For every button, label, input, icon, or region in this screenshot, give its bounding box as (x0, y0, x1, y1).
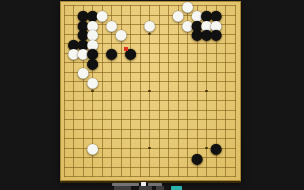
grid-line-v (178, 5, 179, 177)
toolbar-button-2[interactable] (139, 186, 152, 190)
star-point (205, 90, 208, 93)
grid-line-h (64, 176, 236, 177)
star-point (148, 33, 151, 36)
star-point (91, 90, 94, 93)
grid-line-h (64, 119, 236, 120)
star-point (205, 33, 208, 36)
star-point (148, 90, 151, 93)
grid-line-h (64, 157, 236, 158)
star-point (91, 33, 94, 36)
accent-button[interactable] (171, 186, 182, 190)
toolbar-button-1[interactable] (114, 186, 131, 190)
grid-line-h (64, 167, 236, 168)
toolbar-button-3[interactable] (156, 186, 164, 190)
grid-line-v (225, 5, 226, 177)
grid-line-v (216, 5, 217, 177)
grid-line-v (159, 5, 160, 177)
star-point (148, 147, 151, 150)
grid-line-v (197, 5, 198, 177)
last-move-marker (124, 47, 128, 51)
go-board[interactable]: ●●●●●●●●●●●●●●●●●●●●●●●●●●●●●●●●●●●● (60, 1, 241, 181)
grid-line-h (64, 100, 236, 101)
grid-line-h (64, 138, 236, 139)
star-point (91, 147, 94, 150)
grid-line-h (64, 129, 236, 130)
star-point (205, 147, 208, 150)
grid-line-h (64, 110, 236, 111)
grid-line-v (187, 5, 188, 177)
grid-line-v (168, 5, 169, 177)
grid-line-v (235, 5, 236, 177)
status-icon-chip (141, 182, 146, 186)
app-background: ●●●●●●●●●●●●●●●●●●●●●●●●●●●●●●●●●●●● (0, 0, 304, 190)
